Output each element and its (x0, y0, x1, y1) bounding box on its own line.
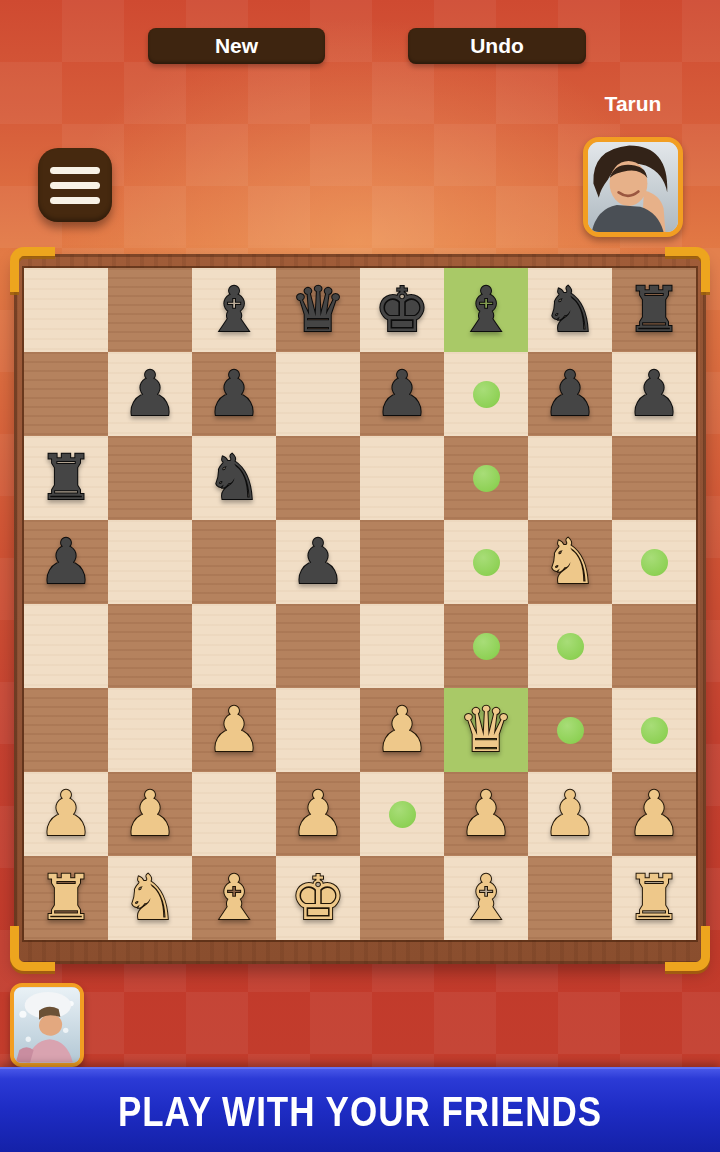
new-game-button[interactable]: New (148, 28, 325, 64)
player-avatar[interactable] (10, 983, 84, 1067)
square-b5[interactable] (108, 520, 192, 604)
square-f6[interactable] (444, 436, 528, 520)
square-f3[interactable]: ♛ (444, 688, 528, 772)
black-knight-c6[interactable]: ♞ (206, 447, 262, 509)
square-c8[interactable]: ♝ (192, 268, 276, 352)
white-pawn-a2[interactable]: ♟ (38, 783, 94, 845)
square-d2[interactable]: ♟ (276, 772, 360, 856)
white-rook-h1[interactable]: ♜ (626, 867, 682, 929)
square-e5[interactable] (360, 520, 444, 604)
square-f2[interactable]: ♟ (444, 772, 528, 856)
white-rook-a1[interactable]: ♜ (38, 867, 94, 929)
black-bishop-f8[interactable]: ♝ (458, 279, 514, 341)
black-queen-d8[interactable]: ♛ (290, 279, 346, 341)
white-pawn-b2[interactable]: ♟ (122, 783, 178, 845)
white-knight-b1[interactable]: ♞ (122, 867, 178, 929)
board-corner-accent (10, 247, 55, 292)
square-b2[interactable]: ♟ (108, 772, 192, 856)
white-bishop-c1[interactable]: ♝ (206, 867, 262, 929)
square-a6[interactable]: ♜ (24, 436, 108, 520)
square-f4[interactable] (444, 604, 528, 688)
banner-text: PLAY WITH YOUR FRIENDS (118, 1086, 602, 1135)
white-pawn-e3[interactable]: ♟ (374, 699, 430, 761)
square-b4[interactable] (108, 604, 192, 688)
square-c4[interactable] (192, 604, 276, 688)
play-with-friends-banner[interactable]: PLAY WITH YOUR FRIENDS (0, 1067, 720, 1152)
black-pawn-b7[interactable]: ♟ (122, 363, 178, 425)
legal-move-dot-f4[interactable] (473, 633, 500, 660)
chess-board-frame: ♝♛♚♝♞♜♟♟♟♟♟♜♞♟♟♞♟♟♛♟♟♟♟♟♟♜♞♝♚♝♜ (14, 254, 706, 964)
menu-button[interactable] (38, 148, 112, 222)
square-h3[interactable] (612, 688, 696, 772)
square-h5[interactable] (612, 520, 696, 604)
square-e8[interactable]: ♚ (360, 268, 444, 352)
hamburger-icon (50, 182, 100, 189)
black-pawn-a5[interactable]: ♟ (38, 531, 94, 593)
square-g8[interactable]: ♞ (528, 268, 612, 352)
square-f1[interactable]: ♝ (444, 856, 528, 940)
square-h2[interactable]: ♟ (612, 772, 696, 856)
square-c1[interactable]: ♝ (192, 856, 276, 940)
board-corner-accent (665, 926, 710, 971)
square-d7[interactable] (276, 352, 360, 436)
black-king-e8[interactable]: ♚ (374, 279, 430, 341)
white-king-d1[interactable]: ♚ (290, 867, 346, 929)
square-g2[interactable]: ♟ (528, 772, 612, 856)
square-f8[interactable]: ♝ (444, 268, 528, 352)
square-g3[interactable] (528, 688, 612, 772)
square-e3[interactable]: ♟ (360, 688, 444, 772)
legal-move-dot-f5[interactable] (473, 549, 500, 576)
white-pawn-d2[interactable]: ♟ (290, 783, 346, 845)
square-a7[interactable] (24, 352, 108, 436)
square-b1[interactable]: ♞ (108, 856, 192, 940)
chess-board: ♝♛♚♝♞♜♟♟♟♟♟♜♞♟♟♞♟♟♛♟♟♟♟♟♟♜♞♝♚♝♜ (24, 268, 696, 940)
black-pawn-e7[interactable]: ♟ (374, 363, 430, 425)
white-knight-g5[interactable]: ♞ (542, 531, 598, 593)
square-f5[interactable] (444, 520, 528, 604)
square-f7[interactable] (444, 352, 528, 436)
square-e2[interactable] (360, 772, 444, 856)
board-corner-accent (10, 926, 55, 971)
square-g5[interactable]: ♞ (528, 520, 612, 604)
white-pawn-h2[interactable]: ♟ (626, 783, 682, 845)
square-g1[interactable] (528, 856, 612, 940)
legal-move-dot-g4[interactable] (557, 633, 584, 660)
square-c6[interactable]: ♞ (192, 436, 276, 520)
square-g6[interactable] (528, 436, 612, 520)
white-pawn-g2[interactable]: ♟ (542, 783, 598, 845)
square-b7[interactable]: ♟ (108, 352, 192, 436)
hamburger-icon (50, 167, 100, 174)
legal-move-dot-g3[interactable] (557, 717, 584, 744)
square-g7[interactable]: ♟ (528, 352, 612, 436)
opponent-name: Tarun (571, 92, 695, 116)
opponent-avatar-photo (588, 142, 678, 232)
black-pawn-h7[interactable]: ♟ (626, 363, 682, 425)
black-knight-g8[interactable]: ♞ (542, 279, 598, 341)
square-h6[interactable] (612, 436, 696, 520)
square-g4[interactable] (528, 604, 612, 688)
legal-move-dot-f7[interactable] (473, 381, 500, 408)
black-pawn-g7[interactable]: ♟ (542, 363, 598, 425)
square-c2[interactable] (192, 772, 276, 856)
square-b6[interactable] (108, 436, 192, 520)
board-corner-accent (665, 247, 710, 292)
square-d8[interactable]: ♛ (276, 268, 360, 352)
square-d6[interactable] (276, 436, 360, 520)
black-pawn-c7[interactable]: ♟ (206, 363, 262, 425)
legal-move-dot-e2[interactable] (389, 801, 416, 828)
square-c7[interactable]: ♟ (192, 352, 276, 436)
white-pawn-f2[interactable]: ♟ (458, 783, 514, 845)
white-pawn-c3[interactable]: ♟ (206, 699, 262, 761)
square-d1[interactable]: ♚ (276, 856, 360, 940)
square-e6[interactable] (360, 436, 444, 520)
square-d4[interactable] (276, 604, 360, 688)
square-b8[interactable] (108, 268, 192, 352)
square-e1[interactable] (360, 856, 444, 940)
black-rook-a6[interactable]: ♜ (38, 447, 94, 509)
black-pawn-d5[interactable]: ♟ (290, 531, 346, 593)
square-h7[interactable]: ♟ (612, 352, 696, 436)
square-d5[interactable]: ♟ (276, 520, 360, 604)
player-avatar-photo (14, 987, 80, 1063)
opponent-avatar[interactable] (583, 137, 683, 237)
square-a3[interactable] (24, 688, 108, 772)
legal-move-dot-f6[interactable] (473, 465, 500, 492)
legal-move-dot-h3[interactable] (641, 717, 668, 744)
black-bishop-c8[interactable]: ♝ (206, 279, 262, 341)
square-e4[interactable] (360, 604, 444, 688)
legal-move-dot-h5[interactable] (641, 549, 668, 576)
square-c3[interactable]: ♟ (192, 688, 276, 772)
square-c5[interactable] (192, 520, 276, 604)
hamburger-icon (50, 197, 100, 204)
white-queen-f3[interactable]: ♛ (458, 699, 514, 761)
square-d3[interactable] (276, 688, 360, 772)
undo-button[interactable]: Undo (408, 28, 586, 64)
white-bishop-f1[interactable]: ♝ (458, 867, 514, 929)
square-h4[interactable] (612, 604, 696, 688)
square-b3[interactable] (108, 688, 192, 772)
square-a4[interactable] (24, 604, 108, 688)
square-a2[interactable]: ♟ (24, 772, 108, 856)
square-a5[interactable]: ♟ (24, 520, 108, 604)
square-e7[interactable]: ♟ (360, 352, 444, 436)
